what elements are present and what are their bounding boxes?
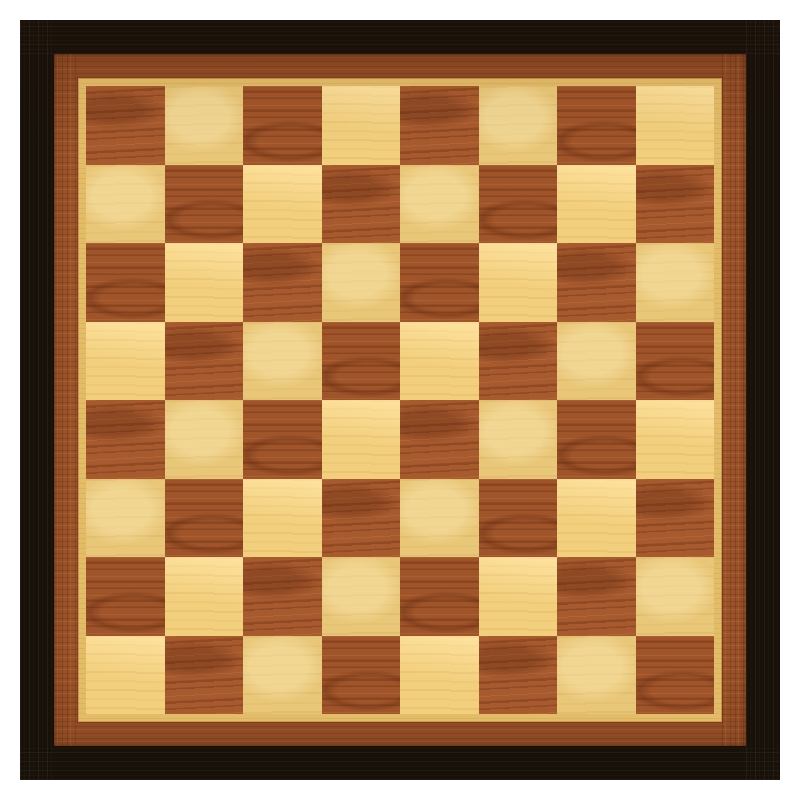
square-c3[interactable] bbox=[243, 479, 322, 558]
square-h8[interactable] bbox=[636, 86, 715, 165]
square-d2[interactable] bbox=[322, 557, 401, 636]
square-c5[interactable] bbox=[243, 322, 322, 401]
square-h4[interactable] bbox=[636, 400, 715, 479]
square-g3[interactable] bbox=[557, 479, 636, 558]
square-d5[interactable] bbox=[322, 322, 401, 401]
square-e8[interactable] bbox=[400, 86, 479, 165]
frame-grain-right bbox=[746, 20, 780, 780]
square-a7[interactable] bbox=[86, 165, 165, 244]
square-b8[interactable] bbox=[165, 86, 244, 165]
square-a5[interactable] bbox=[86, 322, 165, 401]
square-c6[interactable] bbox=[243, 243, 322, 322]
square-f5[interactable] bbox=[479, 322, 558, 401]
frame-grain-top bbox=[20, 20, 780, 54]
square-g5[interactable] bbox=[557, 322, 636, 401]
square-f7[interactable] bbox=[479, 165, 558, 244]
square-h6[interactable] bbox=[636, 243, 715, 322]
square-d6[interactable] bbox=[322, 243, 401, 322]
square-b4[interactable] bbox=[165, 400, 244, 479]
square-c2[interactable] bbox=[243, 557, 322, 636]
square-d1[interactable] bbox=[322, 636, 401, 715]
square-b1[interactable] bbox=[165, 636, 244, 715]
square-h3[interactable] bbox=[636, 479, 715, 558]
square-f8[interactable] bbox=[479, 86, 558, 165]
square-f6[interactable] bbox=[479, 243, 558, 322]
square-e7[interactable] bbox=[400, 165, 479, 244]
square-b2[interactable] bbox=[165, 557, 244, 636]
frame-grain-bottom bbox=[20, 746, 780, 780]
square-a4[interactable] bbox=[86, 400, 165, 479]
frame-grain-left bbox=[20, 20, 54, 780]
square-g6[interactable] bbox=[557, 243, 636, 322]
square-h1[interactable] bbox=[636, 636, 715, 715]
square-a6[interactable] bbox=[86, 243, 165, 322]
square-c4[interactable] bbox=[243, 400, 322, 479]
square-g4[interactable] bbox=[557, 400, 636, 479]
photo-background: { "page": { "title": "Empty wooden chess… bbox=[0, 0, 800, 800]
board-wood-border bbox=[54, 54, 746, 746]
square-b5[interactable] bbox=[165, 322, 244, 401]
board-outer-frame bbox=[20, 20, 780, 780]
wood-border-left-grain bbox=[54, 54, 78, 746]
square-e6[interactable] bbox=[400, 243, 479, 322]
square-g1[interactable] bbox=[557, 636, 636, 715]
square-c1[interactable] bbox=[243, 636, 322, 715]
square-d8[interactable] bbox=[322, 86, 401, 165]
square-e4[interactable] bbox=[400, 400, 479, 479]
square-e3[interactable] bbox=[400, 479, 479, 558]
square-b3[interactable] bbox=[165, 479, 244, 558]
square-f4[interactable] bbox=[479, 400, 558, 479]
square-d3[interactable] bbox=[322, 479, 401, 558]
square-f3[interactable] bbox=[479, 479, 558, 558]
square-a1[interactable] bbox=[86, 636, 165, 715]
square-h7[interactable] bbox=[636, 165, 715, 244]
square-c8[interactable] bbox=[243, 86, 322, 165]
board-trim-line bbox=[78, 78, 722, 722]
square-h5[interactable] bbox=[636, 322, 715, 401]
square-d7[interactable] bbox=[322, 165, 401, 244]
square-h2[interactable] bbox=[636, 557, 715, 636]
square-d4[interactable] bbox=[322, 400, 401, 479]
square-f2[interactable] bbox=[479, 557, 558, 636]
square-g8[interactable] bbox=[557, 86, 636, 165]
chess-board bbox=[86, 86, 714, 714]
square-g7[interactable] bbox=[557, 165, 636, 244]
square-g2[interactable] bbox=[557, 557, 636, 636]
wood-border-right-grain bbox=[722, 54, 746, 746]
square-e2[interactable] bbox=[400, 557, 479, 636]
square-c7[interactable] bbox=[243, 165, 322, 244]
square-e1[interactable] bbox=[400, 636, 479, 715]
square-f1[interactable] bbox=[479, 636, 558, 715]
square-a2[interactable] bbox=[86, 557, 165, 636]
square-e5[interactable] bbox=[400, 322, 479, 401]
square-b7[interactable] bbox=[165, 165, 244, 244]
square-b6[interactable] bbox=[165, 243, 244, 322]
square-a8[interactable] bbox=[86, 86, 165, 165]
square-a3[interactable] bbox=[86, 479, 165, 558]
